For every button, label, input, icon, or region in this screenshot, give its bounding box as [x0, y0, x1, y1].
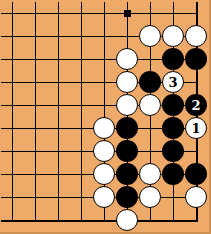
board-cell[interactable]: [93, 140, 116, 163]
board-cell[interactable]: [47, 209, 70, 232]
black-stone[interactable]: [185, 48, 207, 70]
move-number-label: 2: [191, 99, 200, 112]
white-stone[interactable]: [185, 186, 207, 208]
board-cell[interactable]: [1, 140, 24, 163]
white-stone[interactable]: [93, 117, 115, 139]
board-cell[interactable]: [139, 71, 162, 94]
black-stone[interactable]: [116, 140, 138, 162]
board-cell[interactable]: [24, 163, 47, 186]
white-stone[interactable]: 3: [162, 71, 184, 93]
board-cell[interactable]: [162, 186, 185, 209]
board-cell[interactable]: [70, 94, 93, 117]
black-stone[interactable]: 2: [185, 94, 207, 116]
board-cell[interactable]: [1, 117, 24, 140]
board-cell[interactable]: [47, 163, 70, 186]
board-cell[interactable]: [139, 25, 162, 48]
board-cell[interactable]: [162, 117, 185, 140]
board-cell[interactable]: [116, 186, 139, 209]
board-cell[interactable]: [139, 209, 162, 232]
board-cell[interactable]: [1, 209, 24, 232]
board-cell[interactable]: [93, 94, 116, 117]
star-point: [124, 10, 131, 17]
board-cell[interactable]: [185, 2, 208, 25]
board-cell[interactable]: [47, 140, 70, 163]
board-cell[interactable]: [116, 117, 139, 140]
white-stone[interactable]: [116, 48, 138, 70]
board-cell[interactable]: [24, 2, 47, 25]
board-cell[interactable]: [93, 25, 116, 48]
board-cell[interactable]: 3: [162, 71, 185, 94]
board-cell[interactable]: [139, 48, 162, 71]
board-cell[interactable]: [93, 209, 116, 232]
board-cell[interactable]: [93, 186, 116, 209]
board-cell[interactable]: [24, 94, 47, 117]
white-stone[interactable]: [116, 71, 138, 93]
white-stone[interactable]: 1: [185, 117, 207, 139]
board-cell[interactable]: [185, 48, 208, 71]
board-cell[interactable]: [116, 48, 139, 71]
board-cell[interactable]: [1, 2, 24, 25]
black-stone[interactable]: [162, 163, 184, 185]
board-cell[interactable]: [139, 94, 162, 117]
board-cell[interactable]: [47, 94, 70, 117]
board-cell[interactable]: [93, 71, 116, 94]
board-cell[interactable]: [24, 71, 47, 94]
board-cell[interactable]: [24, 25, 47, 48]
board-cell[interactable]: [70, 48, 93, 71]
board-cell[interactable]: [1, 48, 24, 71]
move-number-label: 3: [168, 76, 177, 89]
board-cell[interactable]: [162, 48, 185, 71]
board-cell[interactable]: [1, 25, 24, 48]
board-cell[interactable]: [1, 186, 24, 209]
black-stone[interactable]: [162, 117, 184, 139]
board-cell[interactable]: [47, 186, 70, 209]
board-cell[interactable]: [116, 209, 139, 232]
board-cell[interactable]: [93, 117, 116, 140]
board-cell[interactable]: 2: [185, 94, 208, 117]
board-cell[interactable]: [24, 209, 47, 232]
board-cell[interactable]: [70, 209, 93, 232]
black-stone[interactable]: [116, 117, 138, 139]
board-cell[interactable]: [116, 94, 139, 117]
white-stone[interactable]: [93, 186, 115, 208]
board-cell[interactable]: [70, 25, 93, 48]
board-cell[interactable]: [24, 48, 47, 71]
board-cell[interactable]: [70, 117, 93, 140]
board-cell[interactable]: [116, 71, 139, 94]
board-cell[interactable]: [47, 117, 70, 140]
board-cell[interactable]: [24, 186, 47, 209]
black-stone[interactable]: [116, 163, 138, 185]
board-cell[interactable]: [47, 2, 70, 25]
board-cell[interactable]: [47, 71, 70, 94]
board-cell[interactable]: [70, 140, 93, 163]
board-cell[interactable]: [47, 48, 70, 71]
board-cell[interactable]: [185, 25, 208, 48]
board-cell[interactable]: [116, 163, 139, 186]
board-cell[interactable]: [93, 48, 116, 71]
white-stone[interactable]: [93, 163, 115, 185]
board-cell[interactable]: [47, 25, 70, 48]
board-cell[interactable]: [162, 25, 185, 48]
board-cell[interactable]: [93, 163, 116, 186]
white-stone[interactable]: [139, 94, 161, 116]
board-cell[interactable]: [162, 94, 185, 117]
white-stone[interactable]: [139, 186, 161, 208]
board-cell[interactable]: [139, 163, 162, 186]
board-cell[interactable]: [162, 140, 185, 163]
board-cell[interactable]: [70, 186, 93, 209]
board-cell[interactable]: [116, 25, 139, 48]
white-stone[interactable]: [139, 163, 161, 185]
board-cell[interactable]: 1: [185, 117, 208, 140]
board-cell[interactable]: [139, 186, 162, 209]
go-grid: 321: [1, 2, 208, 232]
board-cell[interactable]: [185, 209, 208, 232]
black-stone[interactable]: [162, 94, 184, 116]
board-cell[interactable]: [185, 140, 208, 163]
board-cell[interactable]: [162, 163, 185, 186]
white-stone[interactable]: [116, 209, 138, 231]
white-stone[interactable]: [116, 94, 138, 116]
board-cell[interactable]: [185, 71, 208, 94]
white-stone[interactable]: [185, 25, 207, 47]
board-cell[interactable]: [93, 2, 116, 25]
move-number-label: 1: [191, 122, 200, 135]
board-cell[interactable]: [185, 186, 208, 209]
board-cell[interactable]: [24, 117, 47, 140]
board-cell[interactable]: [1, 94, 24, 117]
black-stone[interactable]: [162, 48, 184, 70]
board-cell[interactable]: [185, 163, 208, 186]
board-cell[interactable]: [24, 140, 47, 163]
board-cell[interactable]: [139, 117, 162, 140]
board-cell[interactable]: [70, 163, 93, 186]
board-cell[interactable]: [116, 140, 139, 163]
board-cell[interactable]: [139, 2, 162, 25]
black-stone[interactable]: [185, 163, 207, 185]
board-cell[interactable]: [70, 71, 93, 94]
board-cell[interactable]: [70, 2, 93, 25]
board-cell[interactable]: [1, 163, 24, 186]
white-stone[interactable]: [162, 25, 184, 47]
board-cell[interactable]: [1, 71, 24, 94]
board-cell[interactable]: [139, 140, 162, 163]
white-stone[interactable]: [139, 25, 161, 47]
white-stone[interactable]: [93, 140, 115, 162]
board-cell[interactable]: [116, 2, 139, 25]
board-cell[interactable]: [162, 2, 185, 25]
black-stone[interactable]: [162, 140, 184, 162]
black-stone[interactable]: [116, 186, 138, 208]
go-board-diagram: 321: [0, 0, 211, 234]
board-cell[interactable]: [162, 209, 185, 232]
black-stone[interactable]: [139, 71, 161, 93]
